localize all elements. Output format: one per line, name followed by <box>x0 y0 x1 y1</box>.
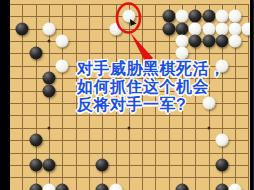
black-stone[interactable] <box>162 10 175 23</box>
grid-line-horizontal <box>9 53 248 54</box>
black-stone[interactable] <box>202 10 215 23</box>
black-stone[interactable] <box>56 183 69 190</box>
black-stone[interactable] <box>175 183 188 190</box>
grid-line-horizontal <box>9 177 248 178</box>
white-stone[interactable] <box>215 10 228 23</box>
white-stone[interactable] <box>109 183 122 190</box>
go-app-screenshot: 对手威胁黑棋死活， 如何抓住这个机会 反将对手一军? <box>0 0 253 190</box>
white-stone[interactable] <box>229 183 242 190</box>
white-stone[interactable] <box>215 134 228 147</box>
grid-line-horizontal <box>9 140 248 141</box>
white-stone[interactable] <box>122 10 135 23</box>
white-stone[interactable] <box>189 22 202 35</box>
caption-line-1: 对手威胁黑棋死活， <box>77 60 226 78</box>
black-stone[interactable] <box>29 134 42 147</box>
black-stone[interactable] <box>29 183 42 190</box>
black-stone[interactable] <box>96 159 109 172</box>
white-stone[interactable] <box>215 22 228 35</box>
black-stone[interactable] <box>29 47 42 60</box>
black-stone[interactable] <box>162 22 175 35</box>
right-letterbox-bar <box>250 0 254 190</box>
star-point <box>207 126 210 129</box>
black-stone[interactable] <box>43 159 56 172</box>
star-point <box>48 40 51 43</box>
grid-line-vertical <box>62 4 63 190</box>
black-stone[interactable] <box>189 35 202 48</box>
white-stone[interactable] <box>229 35 242 48</box>
caption-line-2: 如何抓住这个机会 <box>77 78 226 96</box>
white-stone[interactable] <box>202 22 215 35</box>
white-stone[interactable] <box>56 59 69 72</box>
black-stone[interactable] <box>96 183 109 190</box>
grid-line-horizontal <box>9 153 248 154</box>
black-stone[interactable] <box>215 35 228 48</box>
black-stone[interactable] <box>29 159 42 172</box>
black-stone[interactable] <box>43 72 56 85</box>
white-stone[interactable] <box>43 183 56 190</box>
white-stone[interactable] <box>56 35 69 48</box>
black-stone[interactable] <box>215 183 228 190</box>
black-stone[interactable] <box>215 159 228 172</box>
black-stone[interactable] <box>202 35 215 48</box>
caption-line-3: 反将对手一军? <box>77 96 226 114</box>
caption-text: 对手威胁黑棋死活， 如何抓住这个机会 反将对手一军? <box>77 60 226 114</box>
black-stone[interactable] <box>189 10 202 23</box>
white-stone[interactable] <box>175 35 188 48</box>
black-stone[interactable] <box>43 84 56 97</box>
white-stone[interactable] <box>229 22 242 35</box>
grid-line-horizontal <box>9 115 248 116</box>
white-stone[interactable] <box>175 47 188 60</box>
white-stone[interactable] <box>43 22 56 35</box>
grid-line-horizontal <box>9 4 248 5</box>
star-point <box>48 126 51 129</box>
white-stone[interactable] <box>229 10 242 23</box>
black-stone[interactable] <box>16 22 29 35</box>
white-stone[interactable] <box>109 22 122 35</box>
left-letterbox-bar <box>0 0 10 190</box>
star-point <box>127 126 130 129</box>
white-stone[interactable] <box>175 10 188 23</box>
black-stone[interactable] <box>175 22 188 35</box>
